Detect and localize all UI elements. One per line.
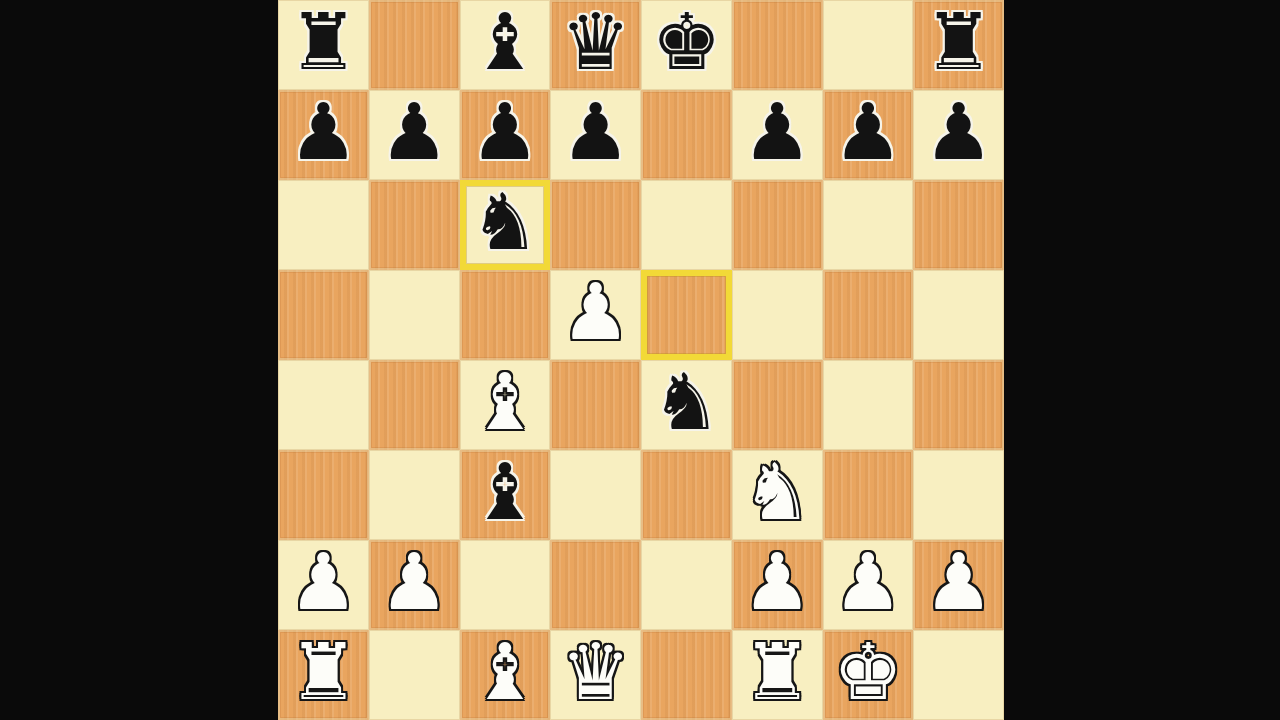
square-c7[interactable]: ♟	[460, 90, 551, 180]
square-b4[interactable]	[369, 360, 460, 450]
square-h8[interactable]: ♜	[913, 0, 1004, 90]
black-pawn[interactable]: ♟	[833, 90, 903, 177]
black-queen[interactable]: ♛	[561, 0, 631, 87]
square-e7[interactable]	[641, 90, 732, 180]
square-b6[interactable]	[369, 180, 460, 270]
square-g1[interactable]: ♚	[823, 630, 914, 720]
square-a6[interactable]	[278, 180, 369, 270]
black-pawn[interactable]: ♟	[561, 90, 631, 177]
square-e2[interactable]	[641, 540, 732, 630]
square-d8[interactable]: ♛	[550, 0, 641, 90]
square-e3[interactable]	[641, 450, 732, 540]
black-knight[interactable]: ♞	[470, 180, 540, 267]
square-a3[interactable]	[278, 450, 369, 540]
black-pawn[interactable]: ♟	[470, 90, 540, 177]
black-pawn[interactable]: ♟	[924, 90, 994, 177]
black-bishop[interactable]: ♝	[470, 450, 540, 537]
black-knight[interactable]: ♞	[651, 360, 721, 447]
square-a5[interactable]	[278, 270, 369, 360]
square-c4[interactable]: ♝	[460, 360, 551, 450]
square-b7[interactable]: ♟	[369, 90, 460, 180]
white-bishop[interactable]: ♝	[470, 360, 540, 447]
square-f8[interactable]	[732, 0, 823, 90]
square-a1[interactable]: ♜	[278, 630, 369, 720]
square-g3[interactable]	[823, 450, 914, 540]
black-rook[interactable]: ♜	[288, 0, 358, 87]
white-pawn[interactable]: ♟	[833, 540, 903, 627]
white-rook[interactable]: ♜	[742, 630, 812, 717]
square-b8[interactable]	[369, 0, 460, 90]
square-d6[interactable]	[550, 180, 641, 270]
square-e5[interactable]	[641, 270, 732, 360]
letterbox-right	[1004, 0, 1280, 720]
square-h6[interactable]	[913, 180, 1004, 270]
square-h4[interactable]	[913, 360, 1004, 450]
square-d7[interactable]: ♟	[550, 90, 641, 180]
square-e1[interactable]	[641, 630, 732, 720]
white-bishop[interactable]: ♝	[470, 630, 540, 717]
square-b5[interactable]	[369, 270, 460, 360]
square-h7[interactable]: ♟	[913, 90, 1004, 180]
square-d5[interactable]: ♟	[550, 270, 641, 360]
black-rook[interactable]: ♜	[924, 0, 994, 87]
white-pawn[interactable]: ♟	[561, 270, 631, 357]
square-c8[interactable]: ♝	[460, 0, 551, 90]
square-f5[interactable]	[732, 270, 823, 360]
square-g5[interactable]	[823, 270, 914, 360]
white-pawn[interactable]: ♟	[742, 540, 812, 627]
square-h5[interactable]	[913, 270, 1004, 360]
black-bishop[interactable]: ♝	[470, 0, 540, 87]
square-a4[interactable]	[278, 360, 369, 450]
white-pawn[interactable]: ♟	[288, 540, 358, 627]
white-rook[interactable]: ♜	[288, 630, 358, 717]
square-h2[interactable]: ♟	[913, 540, 1004, 630]
black-pawn[interactable]: ♟	[742, 90, 812, 177]
white-pawn[interactable]: ♟	[379, 540, 449, 627]
black-king[interactable]: ♚	[651, 0, 721, 87]
square-a8[interactable]: ♜	[278, 0, 369, 90]
video-frame: ♜♝♛♚♜♟♟♟♟♟♟♟♞♟♝♞♝♞♟♟♟♟♟♜♝♛♜♚	[0, 0, 1280, 720]
chess-board: ♜♝♛♚♜♟♟♟♟♟♟♟♞♟♝♞♝♞♟♟♟♟♟♜♝♛♜♚	[278, 0, 1004, 720]
black-pawn[interactable]: ♟	[379, 90, 449, 177]
square-b3[interactable]	[369, 450, 460, 540]
square-f4[interactable]	[732, 360, 823, 450]
square-f3[interactable]: ♞	[732, 450, 823, 540]
square-f1[interactable]: ♜	[732, 630, 823, 720]
square-c1[interactable]: ♝	[460, 630, 551, 720]
square-g2[interactable]: ♟	[823, 540, 914, 630]
white-king[interactable]: ♚	[833, 630, 903, 717]
square-h1[interactable]	[913, 630, 1004, 720]
letterbox-left	[0, 0, 278, 720]
square-c6[interactable]: ♞	[460, 180, 551, 270]
square-g6[interactable]	[823, 180, 914, 270]
square-f7[interactable]: ♟	[732, 90, 823, 180]
square-f2[interactable]: ♟	[732, 540, 823, 630]
square-e6[interactable]	[641, 180, 732, 270]
square-d3[interactable]	[550, 450, 641, 540]
square-a2[interactable]: ♟	[278, 540, 369, 630]
square-b1[interactable]	[369, 630, 460, 720]
square-d4[interactable]	[550, 360, 641, 450]
square-f6[interactable]	[732, 180, 823, 270]
square-c5[interactable]	[460, 270, 551, 360]
square-g7[interactable]: ♟	[823, 90, 914, 180]
square-c3[interactable]: ♝	[460, 450, 551, 540]
square-h3[interactable]	[913, 450, 1004, 540]
black-pawn[interactable]: ♟	[288, 90, 358, 177]
white-queen[interactable]: ♛	[561, 630, 631, 717]
square-d2[interactable]	[550, 540, 641, 630]
white-knight[interactable]: ♞	[742, 450, 812, 537]
square-g4[interactable]	[823, 360, 914, 450]
square-b2[interactable]: ♟	[369, 540, 460, 630]
square-a7[interactable]: ♟	[278, 90, 369, 180]
white-pawn[interactable]: ♟	[924, 540, 994, 627]
square-d1[interactable]: ♛	[550, 630, 641, 720]
square-c2[interactable]	[460, 540, 551, 630]
square-g8[interactable]	[823, 0, 914, 90]
square-e8[interactable]: ♚	[641, 0, 732, 90]
square-e4[interactable]: ♞	[641, 360, 732, 450]
